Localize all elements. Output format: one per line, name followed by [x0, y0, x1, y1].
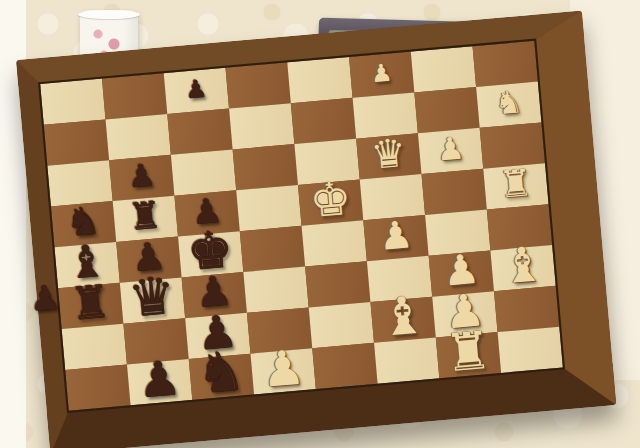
piece-black-pawn-a6[interactable]: ♟: [184, 77, 208, 103]
chess-board: ♞♝♜♟♜♟♛♟♟♟♚♟♟♞♟♚♟♛♟♝♟♟♟♜♞♜♝ ♟: [16, 10, 616, 448]
square-a7[interactable]: [102, 73, 167, 119]
piece-white-king-d4[interactable]: ♚: [308, 175, 353, 224]
square-h8[interactable]: [65, 364, 130, 410]
piece-black-knight-h6[interactable]: ♞: [194, 343, 248, 402]
square-a5[interactable]: [225, 62, 290, 108]
piece-white-pawn-e3[interactable]: ♟: [377, 215, 414, 256]
square-h1[interactable]: [498, 327, 563, 373]
square-c6[interactable]: [171, 149, 236, 195]
board-frame: ♞♝♜♟♜♟♛♟♟♟♚♟♟♞♟♚♟♛♟♝♟♟♟♜♞♜♝ ♟: [16, 10, 616, 448]
square-a1[interactable]: [473, 41, 538, 87]
square-b7[interactable]: [106, 114, 171, 160]
square-b2[interactable]: [414, 87, 479, 133]
piece-black-rook-d7[interactable]: ♜: [127, 197, 163, 237]
piece-black-rook-f8[interactable]: ♜: [68, 279, 112, 327]
captured-black-pawn[interactable]: ♟: [28, 279, 61, 316]
square-g4[interactable]: [309, 302, 374, 348]
square-d5[interactable]: [236, 185, 301, 231]
piece-white-pawn-c2[interactable]: ♟: [435, 132, 465, 165]
square-h4[interactable]: [312, 343, 377, 389]
square-g8[interactable]: [62, 324, 127, 370]
piece-white-pawn-a3[interactable]: ♟: [370, 60, 394, 86]
square-d2[interactable]: [421, 169, 486, 215]
piece-white-knight-b1[interactable]: ♞: [493, 86, 523, 119]
square-b5[interactable]: [229, 103, 294, 149]
piece-white-rook-h2[interactable]: ♜: [443, 324, 494, 380]
square-a8[interactable]: [40, 79, 105, 125]
piece-white-bishop-f1[interactable]: ♝: [499, 239, 546, 291]
square-b8[interactable]: [44, 119, 109, 165]
square-e5[interactable]: [240, 226, 305, 272]
square-a2[interactable]: [411, 46, 476, 92]
square-c5[interactable]: [233, 144, 298, 190]
square-a4[interactable]: [287, 57, 352, 103]
piece-black-queen-f7[interactable]: ♛: [127, 269, 178, 325]
piece-black-pawn-h7[interactable]: ♟: [136, 353, 183, 405]
square-f4[interactable]: [305, 261, 370, 307]
piece-white-bishop-g3[interactable]: ♝: [377, 288, 428, 344]
square-f5[interactable]: [243, 267, 308, 313]
square-b4[interactable]: [291, 98, 356, 144]
piece-black-pawn-c7[interactable]: ♟: [126, 159, 156, 192]
photo-scene: 0:36 0:51 ♞♝♜♟♜♟♛♟♟♟♚♟♟♞♟♚♟♛♟♝♟♟♟♜♞♜♝ ♟: [0, 0, 640, 448]
cup-rim: [78, 10, 140, 19]
square-b6[interactable]: [167, 109, 232, 155]
piece-white-queen-c3[interactable]: ♛: [369, 133, 407, 175]
piece-white-rook-d1[interactable]: ♜: [498, 164, 534, 204]
piece-white-pawn-h5[interactable]: ♟: [259, 342, 306, 394]
